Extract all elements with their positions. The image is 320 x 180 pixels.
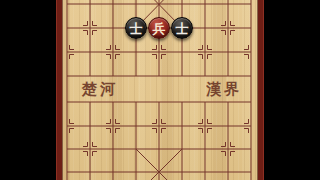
board-point-d2[interactable]: 士 xyxy=(125,16,148,40)
piece-black-advisor[interactable]: 士 xyxy=(125,17,147,39)
video-frame: 楚河 漢界 士 兵 士 xyxy=(0,0,320,180)
board-grid: 士 兵 士 xyxy=(56,0,263,180)
piece-black-advisor[interactable]: 士 xyxy=(171,17,193,39)
board-point-f2[interactable]: 士 xyxy=(171,16,194,40)
piece-red-soldier[interactable]: 兵 xyxy=(148,17,170,39)
board-point-e2[interactable]: 兵 xyxy=(148,16,171,40)
